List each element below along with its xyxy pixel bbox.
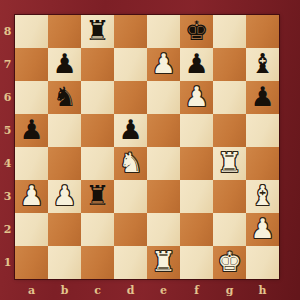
square-b7[interactable]: ♟ [48, 48, 81, 81]
file-label-g: g [213, 281, 246, 300]
chess-board: ♜♚♟♟♟♝♞♟♟♟♟♞♜♟♟♜♝♟♜♚ [15, 15, 279, 279]
square-b1[interactable] [48, 246, 81, 279]
square-h5[interactable] [246, 114, 279, 147]
black-pawn-f7[interactable]: ♟ [184, 50, 208, 77]
square-e5[interactable] [147, 114, 180, 147]
square-c2[interactable] [81, 213, 114, 246]
square-c3[interactable]: ♜ [81, 180, 114, 213]
square-d2[interactable] [114, 213, 147, 246]
square-b3[interactable]: ♟ [48, 180, 81, 213]
white-pawn-e7[interactable]: ♟ [151, 50, 175, 77]
chess-board-frame: 87654321 ♜♚♟♟♟♝♞♟♟♟♟♞♜♟♟♜♝♟♜♚ abcdefgh [0, 0, 300, 300]
black-rook-c3[interactable]: ♜ [85, 182, 109, 209]
square-e6[interactable] [147, 81, 180, 114]
black-pawn-a5[interactable]: ♟ [19, 116, 43, 143]
file-label-d: d [114, 281, 147, 300]
rank-label-4: 4 [0, 147, 15, 180]
white-pawn-a3[interactable]: ♟ [19, 182, 43, 209]
square-e3[interactable] [147, 180, 180, 213]
square-d5[interactable]: ♟ [114, 114, 147, 147]
file-label-c: c [81, 281, 114, 300]
white-rook-g4[interactable]: ♜ [217, 149, 241, 176]
square-g2[interactable] [213, 213, 246, 246]
square-g1[interactable]: ♚ [213, 246, 246, 279]
rank-label-7: 7 [0, 48, 15, 81]
square-h8[interactable] [246, 15, 279, 48]
square-f1[interactable] [180, 246, 213, 279]
square-f7[interactable]: ♟ [180, 48, 213, 81]
square-a8[interactable] [15, 15, 48, 48]
square-e1[interactable]: ♜ [147, 246, 180, 279]
rank-label-5: 5 [0, 114, 15, 147]
square-h6[interactable]: ♟ [246, 81, 279, 114]
square-g4[interactable]: ♜ [213, 147, 246, 180]
square-g3[interactable] [213, 180, 246, 213]
square-f6[interactable]: ♟ [180, 81, 213, 114]
rank-label-8: 8 [0, 15, 15, 48]
square-d3[interactable] [114, 180, 147, 213]
file-label-e: e [147, 281, 180, 300]
square-e8[interactable] [147, 15, 180, 48]
square-a3[interactable]: ♟ [15, 180, 48, 213]
white-knight-d4[interactable]: ♞ [118, 149, 142, 176]
square-f3[interactable] [180, 180, 213, 213]
square-e4[interactable] [147, 147, 180, 180]
square-c7[interactable] [81, 48, 114, 81]
square-a1[interactable] [15, 246, 48, 279]
file-label-b: b [48, 281, 81, 300]
rank-labels: 87654321 [0, 15, 15, 279]
square-a7[interactable] [15, 48, 48, 81]
square-h2[interactable]: ♟ [246, 213, 279, 246]
white-pawn-h2[interactable]: ♟ [250, 215, 274, 242]
black-knight-b6[interactable]: ♞ [52, 83, 76, 110]
square-d4[interactable]: ♞ [114, 147, 147, 180]
white-king-g1[interactable]: ♚ [217, 248, 241, 275]
square-e7[interactable]: ♟ [147, 48, 180, 81]
file-label-a: a [15, 281, 48, 300]
square-c6[interactable] [81, 81, 114, 114]
square-a6[interactable] [15, 81, 48, 114]
white-pawn-f6[interactable]: ♟ [184, 83, 208, 110]
white-pawn-b3[interactable]: ♟ [52, 182, 76, 209]
square-h7[interactable]: ♝ [246, 48, 279, 81]
square-e2[interactable] [147, 213, 180, 246]
square-f8[interactable]: ♚ [180, 15, 213, 48]
square-c5[interactable] [81, 114, 114, 147]
black-rook-c8[interactable]: ♜ [85, 17, 109, 44]
square-a2[interactable] [15, 213, 48, 246]
file-labels: abcdefgh [15, 281, 279, 300]
file-label-f: f [180, 281, 213, 300]
square-g7[interactable] [213, 48, 246, 81]
black-pawn-h6[interactable]: ♟ [250, 83, 274, 110]
square-c4[interactable] [81, 147, 114, 180]
rank-label-6: 6 [0, 81, 15, 114]
square-a4[interactable] [15, 147, 48, 180]
square-g6[interactable] [213, 81, 246, 114]
rank-label-1: 1 [0, 246, 15, 279]
black-pawn-b7[interactable]: ♟ [52, 50, 76, 77]
white-rook-e1[interactable]: ♜ [151, 248, 175, 275]
square-d8[interactable] [114, 15, 147, 48]
white-bishop-h3[interactable]: ♝ [250, 182, 274, 209]
square-d6[interactable] [114, 81, 147, 114]
square-c1[interactable] [81, 246, 114, 279]
square-d1[interactable] [114, 246, 147, 279]
square-h3[interactable]: ♝ [246, 180, 279, 213]
square-g8[interactable] [213, 15, 246, 48]
square-c8[interactable]: ♜ [81, 15, 114, 48]
square-f5[interactable] [180, 114, 213, 147]
square-g5[interactable] [213, 114, 246, 147]
black-king-f8[interactable]: ♚ [184, 17, 208, 44]
square-b4[interactable] [48, 147, 81, 180]
square-b6[interactable]: ♞ [48, 81, 81, 114]
file-label-h: h [246, 281, 279, 300]
square-f4[interactable] [180, 147, 213, 180]
square-h4[interactable] [246, 147, 279, 180]
square-b8[interactable] [48, 15, 81, 48]
black-bishop-h7[interactable]: ♝ [250, 50, 274, 77]
square-f2[interactable] [180, 213, 213, 246]
rank-label-3: 3 [0, 180, 15, 213]
rank-label-2: 2 [0, 213, 15, 246]
square-b5[interactable] [48, 114, 81, 147]
black-pawn-d5[interactable]: ♟ [118, 116, 142, 143]
square-h1[interactable] [246, 246, 279, 279]
square-d7[interactable] [114, 48, 147, 81]
square-a5[interactable]: ♟ [15, 114, 48, 147]
square-b2[interactable] [48, 213, 81, 246]
